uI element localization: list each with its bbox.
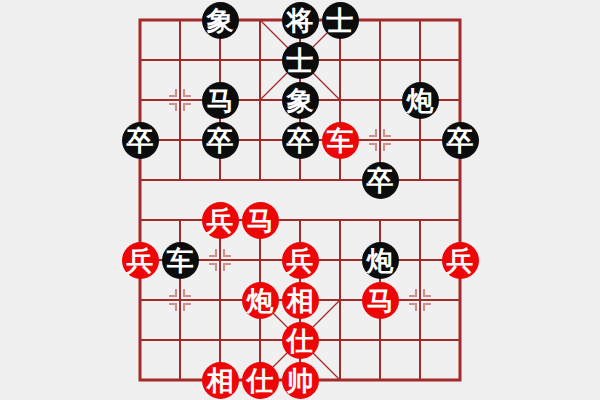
board-point: 相 bbox=[280, 280, 320, 320]
piece-red-pawn[interactable]: 兵 bbox=[122, 242, 159, 279]
piece-black-chariot[interactable]: 车 bbox=[162, 242, 199, 279]
piece-red-elephant[interactable]: 相 bbox=[202, 362, 239, 399]
board-point: 帅 bbox=[280, 360, 320, 400]
board-point: 相 bbox=[200, 360, 240, 400]
board-point: 卒 bbox=[280, 120, 320, 160]
piece-black-pawn[interactable]: 卒 bbox=[282, 122, 319, 159]
board-point: 马 bbox=[200, 80, 240, 120]
piece-black-advisor[interactable]: 士 bbox=[282, 42, 319, 79]
board-point: 仕 bbox=[240, 360, 280, 400]
board-point: 车 bbox=[320, 120, 360, 160]
board-point: 卒 bbox=[120, 120, 160, 160]
piece-red-pawn[interactable]: 兵 bbox=[282, 242, 319, 279]
board-point: 士 bbox=[320, 0, 360, 40]
board-point: 卒 bbox=[440, 120, 480, 160]
piece-black-general[interactable]: 将 bbox=[282, 2, 319, 39]
board-point: 士 bbox=[280, 40, 320, 80]
board-point: 兵 bbox=[120, 240, 160, 280]
piece-black-elephant[interactable]: 象 bbox=[282, 82, 319, 119]
board-point: 仕 bbox=[280, 320, 320, 360]
xiangqi-app: 象将士士马象炮卒卒卒车卒卒兵马兵车兵炮兵炮相马仕相仕帅 bbox=[0, 0, 600, 400]
board-point: 车 bbox=[160, 240, 200, 280]
board-point: 炮 bbox=[400, 80, 440, 120]
piece-black-pawn[interactable]: 卒 bbox=[202, 122, 239, 159]
board-point: 马 bbox=[360, 280, 400, 320]
board-point: 卒 bbox=[360, 160, 400, 200]
piece-red-horse[interactable]: 马 bbox=[242, 202, 279, 239]
board-point: 兵 bbox=[200, 200, 240, 240]
piece-black-advisor[interactable]: 士 bbox=[322, 2, 359, 39]
pieces-layer: 象将士士马象炮卒卒卒车卒卒兵马兵车兵炮兵炮相马仕相仕帅 bbox=[120, 0, 480, 400]
piece-red-pawn[interactable]: 兵 bbox=[442, 242, 479, 279]
piece-red-king[interactable]: 帅 bbox=[282, 362, 319, 399]
piece-black-horse[interactable]: 马 bbox=[202, 82, 239, 119]
piece-red-cannon[interactable]: 炮 bbox=[242, 282, 279, 319]
piece-red-chariot[interactable]: 车 bbox=[322, 122, 359, 159]
piece-red-advisor[interactable]: 仕 bbox=[282, 322, 319, 359]
piece-red-horse[interactable]: 马 bbox=[362, 282, 399, 319]
board-point: 兵 bbox=[280, 240, 320, 280]
piece-black-pawn[interactable]: 卒 bbox=[442, 122, 479, 159]
board-point: 马 bbox=[240, 200, 280, 240]
board-point: 将 bbox=[280, 0, 320, 40]
piece-black-pawn[interactable]: 卒 bbox=[122, 122, 159, 159]
piece-black-elephant[interactable]: 象 bbox=[202, 2, 239, 39]
board-point: 兵 bbox=[440, 240, 480, 280]
piece-red-pawn[interactable]: 兵 bbox=[202, 202, 239, 239]
piece-red-advisor[interactable]: 仕 bbox=[242, 362, 279, 399]
piece-red-elephant[interactable]: 相 bbox=[282, 282, 319, 319]
piece-black-pawn[interactable]: 卒 bbox=[362, 162, 399, 199]
piece-black-cannon[interactable]: 炮 bbox=[362, 242, 399, 279]
board-point: 象 bbox=[280, 80, 320, 120]
board-point: 象 bbox=[200, 0, 240, 40]
board-point: 卒 bbox=[200, 120, 240, 160]
board-point: 炮 bbox=[240, 280, 280, 320]
board-point: 炮 bbox=[360, 240, 400, 280]
piece-black-cannon[interactable]: 炮 bbox=[402, 82, 439, 119]
xiangqi-board: 象将士士马象炮卒卒卒车卒卒兵马兵车兵炮兵炮相马仕相仕帅 bbox=[120, 0, 480, 400]
